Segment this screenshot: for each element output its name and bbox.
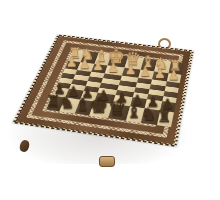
mosaic-band-outer: ♜♞♝♚♛♝♞♜♟♟♟♟♟♟♟♟♟♟♟♟♟♟♟♟♜♞♝♚♛♝♞♜ — [26, 40, 183, 137]
white-pawn[interactable]: ♟ — [125, 63, 136, 76]
black-king[interactable]: ♚ — [89, 95, 108, 116]
square[interactable]: ♜ — [157, 111, 174, 128]
white-pawn[interactable]: ♟ — [108, 61, 119, 74]
white-pawn[interactable]: ♟ — [92, 59, 103, 72]
playing-field: ♜♞♝♚♛♝♞♜♟♟♟♟♟♟♟♟♟♟♟♟♟♟♟♟♜♞♝♚♛♝♞♜ — [46, 50, 167, 125]
square[interactable] — [103, 73, 122, 80]
square[interactable] — [87, 76, 103, 83]
square[interactable]: ♟ — [167, 73, 182, 83]
square[interactable]: ♟ — [153, 71, 169, 81]
square[interactable]: ♟ — [91, 64, 108, 74]
black-knight[interactable]: ♞ — [60, 95, 75, 112]
black-rook[interactable]: ♜ — [157, 109, 172, 125]
black-queen[interactable]: ♛ — [108, 98, 126, 118]
white-pawn[interactable]: ♟ — [140, 65, 152, 78]
square[interactable] — [120, 76, 138, 83]
black-bishop[interactable]: ♝ — [75, 97, 90, 114]
mosaic-band-inner: ♜♞♝♚♛♝♞♜♟♟♟♟♟♟♟♟♟♟♟♟♟♟♟♟♜♞♝♚♛♝♞♜ — [42, 48, 170, 127]
photo-background: ♜♞♝♚♛♝♞♜♟♟♟♟♟♟♟♟♟♟♟♟♟♟♟♟♜♞♝♚♛♝♞♜ — [0, 0, 220, 200]
black-knight[interactable]: ♞ — [141, 106, 157, 123]
black-rook[interactable]: ♜ — [46, 94, 60, 110]
square[interactable] — [137, 78, 152, 85]
white-pawn[interactable]: ♟ — [79, 58, 90, 71]
white-pawn[interactable]: ♟ — [154, 67, 166, 80]
white-pawn[interactable]: ♟ — [168, 69, 180, 82]
walnut-frame-inner: ♜♞♝♚♛♝♞♜♟♟♟♟♟♟♟♟♟♟♟♟♟♟♟♟♜♞♝♚♛♝♞♜ — [32, 43, 180, 134]
black-bishop[interactable]: ♝ — [126, 104, 141, 121]
white-pawn[interactable]: ♟ — [66, 56, 77, 69]
front-clasp — [99, 156, 115, 167]
